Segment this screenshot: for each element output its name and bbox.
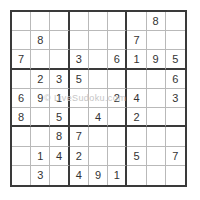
cell-r2c1[interactable]	[12, 31, 31, 50]
cell-r6c2[interactable]	[31, 108, 50, 127]
cell-r6c8[interactable]	[147, 108, 166, 127]
cell-r5c5[interactable]	[89, 89, 108, 108]
cell-r9c5[interactable]: 9	[89, 166, 108, 185]
cell-r7c9[interactable]	[166, 127, 185, 146]
sudoku-board: 8877361952356691243854287142573491	[10, 10, 187, 187]
cell-r4c9[interactable]: 6	[166, 70, 185, 89]
cell-r2c7[interactable]: 7	[127, 31, 146, 50]
cell-r2c5[interactable]	[89, 31, 108, 50]
cell-r2c9[interactable]	[166, 31, 185, 50]
cell-r2c4[interactable]	[70, 31, 89, 50]
cell-r7c1[interactable]	[12, 127, 31, 146]
cell-r7c3[interactable]: 8	[50, 127, 69, 146]
cell-r5c6[interactable]: 2	[108, 89, 127, 108]
cell-r4c8[interactable]	[147, 70, 166, 89]
cell-r8c2[interactable]: 1	[31, 147, 50, 166]
cell-r1c8[interactable]: 8	[147, 12, 166, 31]
cell-r1c7[interactable]	[127, 12, 146, 31]
cell-r3c9[interactable]: 5	[166, 50, 185, 69]
cell-r7c5[interactable]	[89, 127, 108, 146]
cell-r6c4[interactable]	[70, 108, 89, 127]
cell-r5c3[interactable]: 1	[50, 89, 69, 108]
cell-r4c4[interactable]: 5	[70, 70, 89, 89]
cell-r8c5[interactable]	[89, 147, 108, 166]
cell-r6c1[interactable]: 8	[12, 108, 31, 127]
cell-r9c2[interactable]: 3	[31, 166, 50, 185]
cell-r7c4[interactable]: 7	[70, 127, 89, 146]
cell-r9c7[interactable]	[127, 166, 146, 185]
cell-r4c3[interactable]: 3	[50, 70, 69, 89]
cell-r5c8[interactable]	[147, 89, 166, 108]
cell-r6c6[interactable]	[108, 108, 127, 127]
cell-r5c9[interactable]: 3	[166, 89, 185, 108]
cell-r3c7[interactable]: 1	[127, 50, 146, 69]
cell-r3c8[interactable]: 9	[147, 50, 166, 69]
cell-r9c1[interactable]	[12, 166, 31, 185]
cell-r9c4[interactable]: 4	[70, 166, 89, 185]
cell-r8c3[interactable]: 4	[50, 147, 69, 166]
cell-r4c7[interactable]	[127, 70, 146, 89]
cell-r2c3[interactable]	[50, 31, 69, 50]
cell-r1c2[interactable]	[31, 12, 50, 31]
cell-r3c5[interactable]	[89, 50, 108, 69]
cell-r2c6[interactable]	[108, 31, 127, 50]
cell-r4c2[interactable]: 2	[31, 70, 50, 89]
cell-r3c6[interactable]: 6	[108, 50, 127, 69]
cell-r1c5[interactable]	[89, 12, 108, 31]
cell-r8c1[interactable]	[12, 147, 31, 166]
cell-r2c2[interactable]: 8	[31, 31, 50, 50]
cell-r8c8[interactable]	[147, 147, 166, 166]
cell-r6c3[interactable]: 5	[50, 108, 69, 127]
cell-r9c6[interactable]: 1	[108, 166, 127, 185]
cell-r9c8[interactable]	[147, 166, 166, 185]
cell-r4c5[interactable]	[89, 70, 108, 89]
cell-r1c1[interactable]	[12, 12, 31, 31]
cell-r5c1[interactable]: 6	[12, 89, 31, 108]
cell-r6c9[interactable]	[166, 108, 185, 127]
cell-r7c6[interactable]	[108, 127, 127, 146]
cell-r9c9[interactable]	[166, 166, 185, 185]
cell-r7c8[interactable]	[147, 127, 166, 146]
cell-r1c3[interactable]	[50, 12, 69, 31]
cell-r7c2[interactable]	[31, 127, 50, 146]
cell-r5c2[interactable]: 9	[31, 89, 50, 108]
cell-r8c4[interactable]: 2	[70, 147, 89, 166]
cell-r8c6[interactable]	[108, 147, 127, 166]
cell-r1c4[interactable]	[70, 12, 89, 31]
cell-r4c1[interactable]	[12, 70, 31, 89]
cell-r6c7[interactable]: 2	[127, 108, 146, 127]
cell-r8c9[interactable]: 7	[166, 147, 185, 166]
cell-r2c8[interactable]	[147, 31, 166, 50]
cell-r3c4[interactable]: 3	[70, 50, 89, 69]
cell-r5c4[interactable]	[70, 89, 89, 108]
cell-r7c7[interactable]	[127, 127, 146, 146]
cell-r1c6[interactable]	[108, 12, 127, 31]
cell-r6c5[interactable]: 4	[89, 108, 108, 127]
cell-r5c7[interactable]: 4	[127, 89, 146, 108]
cell-r4c6[interactable]	[108, 70, 127, 89]
cell-r3c3[interactable]	[50, 50, 69, 69]
cell-r3c2[interactable]	[31, 50, 50, 69]
cell-r9c3[interactable]	[50, 166, 69, 185]
cell-r3c1[interactable]: 7	[12, 50, 31, 69]
sudoku-page: 8877361952356691243854287142573491 © Liv…	[0, 0, 200, 200]
cell-r1c9[interactable]	[166, 12, 185, 31]
cell-r8c7[interactable]: 5	[127, 147, 146, 166]
